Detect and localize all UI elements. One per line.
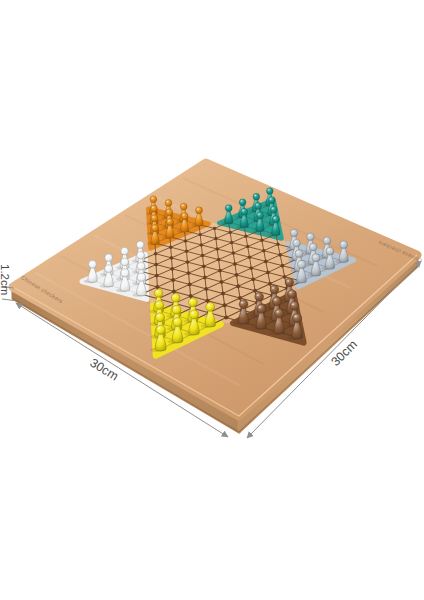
peg-head bbox=[166, 219, 173, 226]
peg-highlight bbox=[292, 303, 294, 305]
peg-highlight bbox=[122, 249, 124, 250]
peg-highlight bbox=[190, 300, 192, 302]
hole bbox=[249, 266, 253, 270]
peg-highlight bbox=[197, 208, 199, 209]
peg-head bbox=[137, 273, 145, 281]
peg-head bbox=[270, 285, 278, 293]
peg-highlight bbox=[254, 195, 256, 196]
hole bbox=[281, 264, 285, 268]
peg-highlight bbox=[191, 312, 193, 314]
peg-head bbox=[154, 289, 162, 297]
hole bbox=[262, 249, 266, 253]
hole bbox=[155, 285, 159, 289]
peg-head bbox=[288, 290, 297, 299]
peg-head bbox=[166, 209, 173, 216]
peg-head bbox=[255, 292, 264, 301]
peg-highlight bbox=[292, 231, 294, 232]
hole bbox=[214, 237, 217, 240]
peg-head bbox=[173, 318, 182, 327]
peg-head bbox=[155, 301, 164, 310]
peg-head bbox=[181, 213, 188, 220]
peg-highlight bbox=[153, 226, 155, 227]
hole bbox=[172, 290, 176, 294]
hole bbox=[215, 247, 219, 251]
hole bbox=[205, 299, 209, 303]
peg-head bbox=[189, 298, 198, 307]
peg-highlight bbox=[299, 262, 301, 264]
peg-highlight bbox=[158, 327, 160, 329]
hole bbox=[217, 258, 221, 262]
hole bbox=[278, 253, 282, 257]
hole bbox=[268, 282, 272, 286]
peg-head bbox=[312, 254, 320, 262]
peg-highlight bbox=[258, 214, 260, 215]
peg-highlight bbox=[138, 243, 140, 244]
peg-head bbox=[267, 188, 274, 195]
peg-head bbox=[268, 197, 275, 204]
peg-highlight bbox=[167, 201, 169, 202]
hole bbox=[228, 231, 231, 234]
peg-highlight bbox=[156, 291, 158, 293]
peg-head bbox=[156, 325, 165, 334]
hole bbox=[236, 284, 240, 288]
peg-head bbox=[225, 205, 232, 212]
peg-highlight bbox=[152, 207, 154, 208]
peg-head bbox=[150, 205, 157, 212]
peg-head bbox=[340, 241, 348, 249]
peg-highlight bbox=[287, 280, 289, 282]
peg-head bbox=[165, 200, 172, 207]
peg-head bbox=[270, 206, 277, 213]
hole bbox=[223, 303, 227, 307]
peg-highlight bbox=[272, 287, 274, 289]
hole bbox=[204, 287, 208, 291]
peg-head bbox=[285, 278, 293, 286]
hole bbox=[248, 255, 252, 259]
peg-highlight bbox=[183, 214, 185, 215]
peg-highlight bbox=[272, 208, 274, 209]
peg-highlight bbox=[227, 206, 229, 207]
peg-highlight bbox=[157, 303, 159, 305]
hole bbox=[218, 269, 222, 273]
hole bbox=[238, 296, 242, 300]
peg-head bbox=[255, 202, 262, 209]
hole bbox=[264, 260, 268, 264]
peg-highlight bbox=[274, 217, 276, 218]
peg-highlight bbox=[152, 197, 154, 198]
product-photo-stage: Chinese checkers Chinese checkers 30cm 3… bbox=[0, 0, 424, 600]
peg-highlight bbox=[257, 294, 259, 296]
hole bbox=[186, 260, 190, 264]
hole bbox=[220, 280, 224, 284]
hole bbox=[283, 275, 287, 279]
peg-head bbox=[272, 216, 279, 223]
hole bbox=[185, 250, 189, 254]
peg-head bbox=[257, 304, 266, 313]
hole bbox=[244, 235, 247, 238]
peg-head bbox=[172, 305, 181, 314]
peg-highlight bbox=[173, 295, 175, 297]
peg-head bbox=[137, 262, 145, 270]
hole bbox=[251, 277, 255, 281]
hole bbox=[266, 271, 270, 275]
peg-highlight bbox=[106, 266, 108, 268]
hole bbox=[170, 256, 174, 260]
peg-head bbox=[121, 258, 129, 266]
peg-highlight bbox=[123, 271, 125, 273]
peg-head bbox=[206, 303, 215, 312]
hole bbox=[184, 239, 187, 242]
hole bbox=[155, 274, 159, 278]
peg-highlight bbox=[268, 189, 270, 190]
peg-head bbox=[323, 237, 331, 245]
peg-highlight bbox=[182, 205, 184, 206]
hole bbox=[230, 241, 234, 245]
peg-highlight bbox=[153, 216, 155, 217]
peg-head bbox=[156, 313, 165, 322]
peg-head bbox=[190, 310, 199, 319]
peg-head bbox=[298, 260, 306, 268]
hole bbox=[200, 243, 204, 247]
hole bbox=[213, 227, 216, 230]
peg-highlight bbox=[259, 306, 261, 308]
peg-head bbox=[290, 229, 297, 236]
peg-head bbox=[326, 247, 334, 255]
peg-head bbox=[121, 247, 129, 255]
peg-head bbox=[105, 265, 113, 273]
peg-head bbox=[171, 293, 180, 302]
peg-head bbox=[275, 309, 284, 318]
hole bbox=[169, 245, 173, 249]
peg-head bbox=[295, 250, 303, 258]
peg-head bbox=[196, 207, 203, 214]
hole bbox=[203, 276, 207, 280]
hole bbox=[233, 262, 237, 266]
peg-highlight bbox=[138, 253, 140, 254]
thickness-label: 1.2cm bbox=[0, 264, 11, 295]
peg-head bbox=[105, 254, 113, 262]
board: Chinese checkers Chinese checkers bbox=[13, 163, 423, 432]
hole bbox=[154, 263, 158, 267]
hole bbox=[189, 294, 193, 298]
peg-head bbox=[239, 300, 248, 309]
peg-highlight bbox=[274, 299, 276, 301]
hole bbox=[235, 273, 239, 277]
peg-highlight bbox=[289, 292, 291, 294]
peg-highlight bbox=[139, 264, 141, 266]
peg-highlight bbox=[277, 311, 279, 313]
peg-highlight bbox=[328, 249, 330, 251]
hole bbox=[187, 271, 191, 275]
peg-head bbox=[89, 260, 97, 268]
peg-highlight bbox=[106, 256, 108, 257]
hole bbox=[253, 289, 257, 293]
peg-head bbox=[150, 196, 157, 203]
hole bbox=[232, 251, 236, 255]
hole bbox=[171, 278, 175, 282]
peg-highlight bbox=[174, 307, 176, 309]
peg-head bbox=[309, 243, 317, 251]
peg-highlight bbox=[208, 305, 210, 307]
peg-highlight bbox=[311, 245, 313, 246]
hole bbox=[276, 243, 280, 247]
hole bbox=[201, 254, 205, 258]
peg-highlight bbox=[314, 256, 316, 258]
peg-highlight bbox=[139, 275, 141, 277]
peg-highlight bbox=[341, 243, 343, 244]
hole bbox=[224, 315, 228, 319]
peg-highlight bbox=[297, 251, 299, 253]
peg-highlight bbox=[256, 204, 258, 205]
hole bbox=[202, 264, 206, 268]
hole bbox=[260, 239, 264, 243]
hole bbox=[221, 291, 225, 295]
peg-head bbox=[151, 225, 158, 232]
peg-highlight bbox=[122, 260, 124, 262]
peg-head bbox=[151, 215, 158, 222]
peg-head bbox=[307, 233, 315, 241]
peg-head bbox=[256, 212, 263, 219]
peg-highlight bbox=[90, 262, 92, 264]
peg-head bbox=[290, 301, 299, 310]
hole bbox=[188, 282, 192, 286]
peg-highlight bbox=[175, 320, 177, 322]
hole bbox=[198, 233, 201, 236]
peg-highlight bbox=[168, 220, 170, 221]
peg-head bbox=[272, 297, 281, 306]
hole bbox=[246, 245, 250, 249]
peg-head bbox=[239, 199, 246, 206]
peg-head bbox=[121, 269, 129, 277]
chinese-checkers-board-photo: Chinese checkers Chinese checkers 30cm 3… bbox=[0, 0, 424, 600]
hole bbox=[170, 267, 174, 271]
peg-head bbox=[241, 208, 248, 215]
peg-highlight bbox=[242, 210, 244, 211]
peg-highlight bbox=[270, 198, 272, 199]
peg-highlight bbox=[325, 239, 327, 240]
peg-head bbox=[136, 241, 143, 248]
peg-highlight bbox=[157, 315, 159, 317]
hole bbox=[154, 252, 158, 256]
peg-head bbox=[253, 193, 260, 200]
peg-head bbox=[180, 203, 187, 210]
peg-highlight bbox=[294, 316, 296, 318]
peg-head bbox=[293, 314, 302, 323]
peg-highlight bbox=[294, 241, 296, 242]
peg-highlight bbox=[241, 200, 243, 201]
peg-highlight bbox=[241, 302, 243, 304]
peg-head bbox=[137, 251, 145, 259]
peg-highlight bbox=[308, 235, 310, 236]
peg-head bbox=[293, 239, 301, 247]
peg-highlight bbox=[167, 210, 169, 211]
